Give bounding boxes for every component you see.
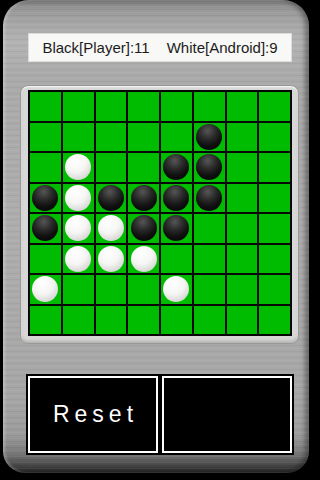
black-disc — [196, 185, 222, 211]
board-cell-1-7[interactable] — [259, 123, 290, 152]
board-cell-1-4[interactable] — [161, 123, 192, 152]
white-disc — [65, 246, 91, 272]
board-cell-3-2[interactable] — [96, 184, 127, 213]
board-cell-5-4[interactable] — [161, 245, 192, 274]
board-cell-0-4[interactable] — [161, 92, 192, 121]
board-cell-1-6[interactable] — [227, 123, 258, 152]
board-cell-0-1[interactable] — [63, 92, 94, 121]
board-cell-4-7[interactable] — [259, 214, 290, 243]
board-cell-2-6[interactable] — [227, 153, 258, 182]
board-cell-0-5[interactable] — [194, 92, 225, 121]
board-cell-7-7[interactable] — [259, 306, 290, 335]
board-cell-7-4[interactable] — [161, 306, 192, 335]
board-cell-1-0[interactable] — [30, 123, 61, 152]
black-disc — [32, 215, 58, 241]
board-cell-0-0[interactable] — [30, 92, 61, 121]
board-cell-4-2[interactable] — [96, 214, 127, 243]
black-disc — [196, 154, 222, 180]
board-cell-3-1[interactable] — [63, 184, 94, 213]
board-cell-5-2[interactable] — [96, 245, 127, 274]
board-cell-0-6[interactable] — [227, 92, 258, 121]
reset-button[interactable]: Reset — [28, 376, 158, 453]
white-disc — [32, 276, 58, 302]
board-cell-7-6[interactable] — [227, 306, 258, 335]
othello-board — [28, 90, 292, 336]
board-cell-3-3[interactable] — [128, 184, 159, 213]
white-disc — [65, 215, 91, 241]
board-cell-4-6[interactable] — [227, 214, 258, 243]
board-cell-6-6[interactable] — [227, 275, 258, 304]
board-frame — [20, 85, 299, 344]
white-disc — [98, 215, 124, 241]
board-cell-2-7[interactable] — [259, 153, 290, 182]
board-cell-7-5[interactable] — [194, 306, 225, 335]
board-cell-5-6[interactable] — [227, 245, 258, 274]
secondary-button[interactable] — [162, 376, 292, 453]
board-cell-5-5[interactable] — [194, 245, 225, 274]
board-cell-5-3[interactable] — [128, 245, 159, 274]
board-cell-4-4[interactable] — [161, 214, 192, 243]
board-cell-5-7[interactable] — [259, 245, 290, 274]
board-cell-7-1[interactable] — [63, 306, 94, 335]
app-screen: Black[Player]:11 White[Android]:9 Reset — [0, 0, 320, 480]
board-cell-3-7[interactable] — [259, 184, 290, 213]
white-disc — [65, 154, 91, 180]
black-disc — [98, 185, 124, 211]
board-cell-1-2[interactable] — [96, 123, 127, 152]
board-cell-3-5[interactable] — [194, 184, 225, 213]
board-cell-5-0[interactable] — [30, 245, 61, 274]
board-cell-6-0[interactable] — [30, 275, 61, 304]
board-cell-6-1[interactable] — [63, 275, 94, 304]
board-cell-3-0[interactable] — [30, 184, 61, 213]
board-cell-1-3[interactable] — [128, 123, 159, 152]
board-cell-6-2[interactable] — [96, 275, 127, 304]
reset-button-label: Reset — [53, 401, 138, 428]
board-cell-3-6[interactable] — [227, 184, 258, 213]
board-cell-6-7[interactable] — [259, 275, 290, 304]
black-disc — [163, 215, 189, 241]
board-cell-1-1[interactable] — [63, 123, 94, 152]
board-cell-2-3[interactable] — [128, 153, 159, 182]
black-score-label: Black[Player]:11 — [42, 39, 149, 56]
board-cell-4-1[interactable] — [63, 214, 94, 243]
board-cell-5-1[interactable] — [63, 245, 94, 274]
white-disc — [163, 276, 189, 302]
board-cell-3-4[interactable] — [161, 184, 192, 213]
board-cell-4-0[interactable] — [30, 214, 61, 243]
white-disc — [98, 246, 124, 272]
board-cell-6-4[interactable] — [161, 275, 192, 304]
board-cell-2-4[interactable] — [161, 153, 192, 182]
board-cell-6-3[interactable] — [128, 275, 159, 304]
white-disc — [131, 246, 157, 272]
board-cell-2-5[interactable] — [194, 153, 225, 182]
board-cell-7-0[interactable] — [30, 306, 61, 335]
black-disc — [163, 154, 189, 180]
black-disc — [32, 185, 58, 211]
black-disc — [131, 185, 157, 211]
board-cell-2-2[interactable] — [96, 153, 127, 182]
board-cell-0-2[interactable] — [96, 92, 127, 121]
white-score-label: White[Android]:9 — [167, 39, 278, 56]
board-cell-7-2[interactable] — [96, 306, 127, 335]
board-cell-0-7[interactable] — [259, 92, 290, 121]
board-cell-4-3[interactable] — [128, 214, 159, 243]
board-cell-2-1[interactable] — [63, 153, 94, 182]
board-cell-1-5[interactable] — [194, 123, 225, 152]
board-cell-2-0[interactable] — [30, 153, 61, 182]
board-cell-4-5[interactable] — [194, 214, 225, 243]
black-disc — [163, 185, 189, 211]
board-cell-0-3[interactable] — [128, 92, 159, 121]
board-cell-7-3[interactable] — [128, 306, 159, 335]
black-disc — [131, 215, 157, 241]
board-cell-6-5[interactable] — [194, 275, 225, 304]
score-bar: Black[Player]:11 White[Android]:9 — [28, 33, 292, 62]
black-disc — [196, 124, 222, 150]
white-disc — [65, 185, 91, 211]
